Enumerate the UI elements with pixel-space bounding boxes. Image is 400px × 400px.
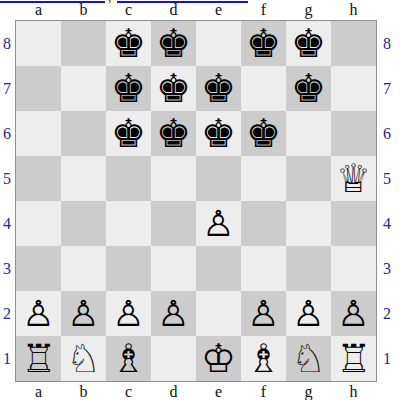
rank-label-6-right: 6 [379,111,395,156]
square-d6[interactable]: ♚ [151,111,196,156]
square-h4[interactable] [331,201,376,246]
file-label-g-bottom: g [286,382,331,400]
file-label-c-top: c [106,0,151,19]
square-a7[interactable] [16,66,61,111]
square-d8[interactable]: ♚ [151,21,196,66]
square-c8[interactable]: ♚ [106,21,151,66]
square-g5[interactable] [286,156,331,201]
square-e5[interactable] [196,156,241,201]
rank-label-5-left: 5 [0,156,14,201]
white-pawn-piece: ♙ [112,291,144,336]
black-king-piece: ♚ [156,111,191,156]
white-pawn-piece: ♙ [157,291,189,336]
square-h5[interactable]: ♕ [331,156,376,201]
square-h3[interactable] [331,246,376,291]
square-g3[interactable] [286,246,331,291]
black-king-piece: ♚ [111,66,146,111]
black-king-piece: ♚ [111,111,146,156]
white-pawn-piece: ♙ [247,291,279,336]
square-b7[interactable] [61,66,106,111]
white-pawn-piece: ♙ [22,291,54,336]
rank-label-2-left: 2 [0,291,14,336]
rank-label-4-left: 4 [0,201,14,246]
square-b5[interactable] [61,156,106,201]
square-c3[interactable] [106,246,151,291]
black-king-piece: ♚ [156,21,191,66]
rank-label-2-right: 2 [379,291,395,336]
square-d1[interactable] [151,336,196,381]
square-d7[interactable]: ♚ [151,66,196,111]
square-a2[interactable]: ♙ [16,291,61,336]
square-a1[interactable]: ♖ [16,336,61,381]
square-f4[interactable] [241,201,286,246]
file-labels-top: abcdefgh [16,0,376,19]
square-g7[interactable]: ♚ [286,66,331,111]
white-bishop-piece: ♗ [246,336,281,381]
white-knight-piece: ♘ [291,336,326,381]
black-king-piece: ♚ [156,66,191,111]
square-d2[interactable]: ♙ [151,291,196,336]
black-king-piece: ♚ [291,21,326,66]
black-king-piece: ♚ [201,111,236,156]
square-a6[interactable] [16,111,61,156]
square-f2[interactable]: ♙ [241,291,286,336]
square-e4[interactable]: ♙ [196,201,241,246]
square-c2[interactable]: ♙ [106,291,151,336]
square-c1[interactable]: ♗ [106,336,151,381]
file-label-f-bottom: f [241,382,286,400]
white-rook-piece: ♖ [336,336,371,381]
square-g6[interactable] [286,111,331,156]
rank-label-5-right: 5 [379,156,395,201]
file-label-c-bottom: c [106,382,151,400]
square-h7[interactable] [331,66,376,111]
square-e7[interactable]: ♚ [196,66,241,111]
page: , abcdefgh 87654321 ♚♚♚♚♚♚♚♚♚♚♚♚♕♙♙♙♙♙♙♙… [0,0,400,400]
file-label-e-top: e [196,0,241,19]
square-f8[interactable]: ♚ [241,21,286,66]
square-a5[interactable] [16,156,61,201]
square-b4[interactable] [61,201,106,246]
black-king-piece: ♚ [291,66,326,111]
white-king-piece: ♔ [201,336,236,381]
rank-labels-left: 87654321 [0,21,14,381]
square-g1[interactable]: ♘ [286,336,331,381]
square-b6[interactable] [61,111,106,156]
square-e8[interactable] [196,21,241,66]
square-f7[interactable] [241,66,286,111]
rank-label-7-right: 7 [379,66,395,111]
black-king-piece: ♚ [111,21,146,66]
square-h8[interactable] [331,21,376,66]
square-f6[interactable]: ♚ [241,111,286,156]
rank-label-3-left: 3 [0,246,14,291]
square-b1[interactable]: ♘ [61,336,106,381]
file-label-h-bottom: h [331,382,376,400]
square-h1[interactable]: ♖ [331,336,376,381]
rank-label-3-right: 3 [379,246,395,291]
rank-label-6-left: 6 [0,111,14,156]
square-d4[interactable] [151,201,196,246]
square-e2[interactable] [196,291,241,336]
white-bishop-piece: ♗ [111,336,146,381]
rank-labels-right: 87654321 [379,21,395,381]
square-d3[interactable] [151,246,196,291]
chess-board: ♚♚♚♚♚♚♚♚♚♚♚♚♕♙♙♙♙♙♙♙♙♖♘♗♔♗♘♖ [15,20,377,382]
black-king-piece: ♚ [246,21,281,66]
white-knight-piece: ♘ [66,336,101,381]
square-c7[interactable]: ♚ [106,66,151,111]
file-label-a-bottom: a [16,382,61,400]
square-g8[interactable]: ♚ [286,21,331,66]
square-g2[interactable]: ♙ [286,291,331,336]
file-label-d-top: d [151,0,196,19]
square-a8[interactable] [16,21,61,66]
black-king-piece: ♚ [201,66,236,111]
square-c4[interactable] [106,201,151,246]
square-c5[interactable] [106,156,151,201]
white-pawn-piece: ♙ [337,291,369,336]
rank-label-7-left: 7 [0,66,14,111]
square-g4[interactable] [286,201,331,246]
square-e1[interactable]: ♔ [196,336,241,381]
square-f3[interactable] [241,246,286,291]
square-a4[interactable] [16,201,61,246]
file-label-f-top: f [241,0,286,19]
file-label-h-top: h [331,0,376,19]
file-label-a-top: a [16,0,61,19]
white-rook-piece: ♖ [21,336,56,381]
square-e6[interactable]: ♚ [196,111,241,156]
file-label-d-bottom: d [151,382,196,400]
square-d5[interactable] [151,156,196,201]
square-h2[interactable]: ♙ [331,291,376,336]
square-e3[interactable] [196,246,241,291]
white-pawn-piece: ♙ [67,291,99,336]
square-h6[interactable] [331,111,376,156]
file-label-g-top: g [286,0,331,19]
square-b2[interactable]: ♙ [61,291,106,336]
white-queen-piece: ♕ [336,156,371,201]
square-c6[interactable]: ♚ [106,111,151,156]
rank-label-1-right: 1 [379,336,395,381]
square-b3[interactable] [61,246,106,291]
file-labels-bottom: abcdefgh [16,382,376,400]
square-f1[interactable]: ♗ [241,336,286,381]
square-f5[interactable] [241,156,286,201]
file-label-b-bottom: b [61,382,106,400]
rank-label-8-left: 8 [0,21,14,66]
rank-label-8-right: 8 [379,21,395,66]
square-a3[interactable] [16,246,61,291]
rank-label-1-left: 1 [0,336,14,381]
rank-label-4-right: 4 [379,201,395,246]
file-label-e-bottom: e [196,382,241,400]
black-king-piece: ♚ [246,111,281,156]
square-b8[interactable] [61,21,106,66]
white-pawn-piece: ♙ [202,201,234,246]
file-label-b-top: b [61,0,106,19]
white-pawn-piece: ♙ [292,291,324,336]
